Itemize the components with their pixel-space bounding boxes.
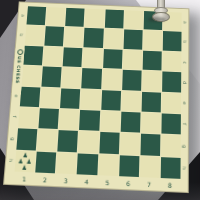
- file-labels-right: abcdefgh: [180, 13, 188, 180]
- coordinate-label: 2: [35, 176, 56, 183]
- board-square[interactable]: [122, 70, 142, 90]
- board-square[interactable]: [77, 153, 98, 175]
- board-square[interactable]: [100, 111, 120, 132]
- board-square[interactable]: [78, 131, 99, 153]
- coordinate-label: d: [174, 79, 195, 87]
- board-square[interactable]: [62, 67, 82, 87]
- coordinate-label: a: [12, 11, 33, 20]
- board-square[interactable]: [42, 67, 62, 87]
- coordinate-label: 7: [139, 181, 160, 188]
- chess-board: ♟♟♟♟ 12345678 abcdefgh abcdefgh US CHESS: [3, 1, 189, 193]
- brand-text: US CHESS: [15, 56, 22, 84]
- board-square[interactable]: [141, 112, 161, 133]
- board-square[interactable]: [99, 132, 119, 154]
- coordinate-label: e: [174, 99, 195, 107]
- board-square[interactable]: [79, 110, 99, 131]
- board-square[interactable]: [39, 108, 60, 129]
- board-grid: ♟♟♟♟: [15, 6, 182, 179]
- white-pawn-piece[interactable]: [151, 0, 169, 25]
- board-square[interactable]: [123, 30, 142, 50]
- board-square[interactable]: [102, 69, 122, 89]
- coordinate-label: f: [174, 120, 196, 128]
- photo-scene: ♟♟♟♟ 12345678 abcdefgh abcdefgh US CHESS: [0, 0, 200, 200]
- board-square[interactable]: [120, 112, 140, 133]
- board-square[interactable]: [140, 134, 160, 156]
- board-square[interactable]: [83, 48, 103, 68]
- coordinate-label: b: [11, 31, 32, 40]
- coordinate-label: h: [173, 164, 195, 172]
- board-square[interactable]: [103, 49, 123, 69]
- brand-logo-icon: [17, 49, 23, 55]
- pawn-shadow: [148, 17, 166, 22]
- coordinate-label: h: [0, 155, 22, 165]
- board-square[interactable]: [59, 109, 80, 130]
- board-square[interactable]: [44, 27, 64, 47]
- board-square[interactable]: [84, 28, 104, 48]
- coordinate-label: 1: [14, 175, 35, 182]
- board-square[interactable]: [120, 133, 140, 155]
- board-square[interactable]: [143, 31, 162, 51]
- board-square[interactable]: [122, 50, 141, 70]
- coordinate-label: g: [173, 142, 195, 150]
- coordinate-label: 3: [55, 177, 76, 184]
- board-square[interactable]: [63, 47, 83, 67]
- board-square[interactable]: [40, 87, 60, 108]
- coordinate-label: g: [1, 133, 23, 143]
- coordinate-label: b: [174, 38, 195, 45]
- board-square[interactable]: [101, 90, 121, 111]
- board-square[interactable]: [98, 154, 119, 176]
- board-square[interactable]: [103, 29, 122, 49]
- coordinate-label: 8: [159, 182, 180, 189]
- coordinate-label: 6: [118, 180, 139, 187]
- emblem-pawn-icon: ♟: [21, 164, 27, 171]
- board-square[interactable]: [142, 71, 161, 91]
- coordinate-label: f: [3, 112, 25, 122]
- board-square[interactable]: [64, 27, 84, 47]
- board-square[interactable]: [142, 50, 161, 70]
- board-square[interactable]: [58, 130, 79, 152]
- board-square[interactable]: [60, 88, 80, 109]
- coordinate-label: a: [175, 19, 196, 26]
- board-square[interactable]: [124, 10, 143, 29]
- board-square[interactable]: [46, 7, 66, 26]
- board-square[interactable]: [82, 68, 102, 88]
- coordinate-label: 5: [97, 179, 118, 186]
- board-square[interactable]: [121, 91, 141, 112]
- coordinate-label: c: [174, 58, 195, 66]
- board-square[interactable]: [35, 151, 56, 173]
- board-square[interactable]: [141, 91, 161, 112]
- board-square[interactable]: [43, 46, 63, 66]
- board-square[interactable]: [37, 129, 58, 151]
- board-square[interactable]: [81, 89, 101, 110]
- board-square[interactable]: [119, 155, 139, 177]
- board-square[interactable]: [56, 152, 77, 174]
- board-square[interactable]: [85, 9, 104, 28]
- board-square[interactable]: [104, 9, 123, 28]
- board-square[interactable]: [65, 8, 85, 27]
- coordinate-label: 4: [76, 178, 97, 185]
- board-square[interactable]: [140, 156, 160, 178]
